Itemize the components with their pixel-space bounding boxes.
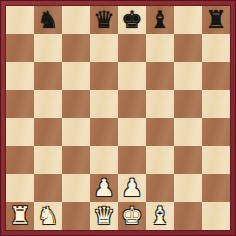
- square-d8[interactable]: ♛: [90, 6, 118, 34]
- piece-white-bishop[interactable]: ♝: [146, 202, 174, 230]
- square-a6[interactable]: [6, 62, 34, 90]
- piece-white-knight[interactable]: ♞: [34, 202, 62, 230]
- square-g5[interactable]: [174, 90, 202, 118]
- square-f4[interactable]: [146, 118, 174, 146]
- square-a8[interactable]: [6, 6, 34, 34]
- square-d5[interactable]: [90, 90, 118, 118]
- square-a1[interactable]: ♜: [6, 202, 34, 230]
- chess-board: ♞♛♚♝♜♟♟♜♞♛♚♝: [6, 6, 230, 230]
- square-c8[interactable]: [62, 6, 90, 34]
- square-c1[interactable]: [62, 202, 90, 230]
- square-g2[interactable]: [174, 174, 202, 202]
- square-b8[interactable]: ♞: [34, 6, 62, 34]
- square-h5[interactable]: [202, 90, 230, 118]
- square-d4[interactable]: [90, 118, 118, 146]
- square-b5[interactable]: [34, 90, 62, 118]
- piece-black-rook[interactable]: ♜: [202, 6, 230, 34]
- square-d2[interactable]: ♟: [90, 174, 118, 202]
- piece-black-knight[interactable]: ♞: [34, 6, 62, 34]
- square-f5[interactable]: [146, 90, 174, 118]
- square-h1[interactable]: [202, 202, 230, 230]
- square-h2[interactable]: [202, 174, 230, 202]
- square-a7[interactable]: [6, 34, 34, 62]
- square-h8[interactable]: ♜: [202, 6, 230, 34]
- piece-white-pawn[interactable]: ♟: [118, 174, 146, 202]
- square-d6[interactable]: [90, 62, 118, 90]
- square-a3[interactable]: [6, 146, 34, 174]
- square-e2[interactable]: ♟: [118, 174, 146, 202]
- square-c7[interactable]: [62, 34, 90, 62]
- piece-white-queen[interactable]: ♛: [90, 202, 118, 230]
- square-g3[interactable]: [174, 146, 202, 174]
- square-g6[interactable]: [174, 62, 202, 90]
- square-g1[interactable]: [174, 202, 202, 230]
- square-e3[interactable]: [118, 146, 146, 174]
- piece-white-pawn[interactable]: ♟: [90, 174, 118, 202]
- square-g4[interactable]: [174, 118, 202, 146]
- square-f8[interactable]: ♝: [146, 6, 174, 34]
- square-e5[interactable]: [118, 90, 146, 118]
- piece-black-bishop[interactable]: ♝: [146, 6, 174, 34]
- square-h6[interactable]: [202, 62, 230, 90]
- square-d1[interactable]: ♛: [90, 202, 118, 230]
- square-e6[interactable]: [118, 62, 146, 90]
- square-g8[interactable]: [174, 6, 202, 34]
- square-c2[interactable]: [62, 174, 90, 202]
- piece-black-king[interactable]: ♚: [118, 6, 146, 34]
- square-a2[interactable]: [6, 174, 34, 202]
- piece-white-rook[interactable]: ♜: [6, 202, 34, 230]
- square-f2[interactable]: [146, 174, 174, 202]
- square-c3[interactable]: [62, 146, 90, 174]
- square-f3[interactable]: [146, 146, 174, 174]
- square-a4[interactable]: [6, 118, 34, 146]
- square-f1[interactable]: ♝: [146, 202, 174, 230]
- square-b3[interactable]: [34, 146, 62, 174]
- square-g7[interactable]: [174, 34, 202, 62]
- square-c5[interactable]: [62, 90, 90, 118]
- square-d3[interactable]: [90, 146, 118, 174]
- square-c4[interactable]: [62, 118, 90, 146]
- square-h7[interactable]: [202, 34, 230, 62]
- square-b4[interactable]: [34, 118, 62, 146]
- square-a5[interactable]: [6, 90, 34, 118]
- square-b6[interactable]: [34, 62, 62, 90]
- piece-white-king[interactable]: ♚: [118, 202, 146, 230]
- square-f6[interactable]: [146, 62, 174, 90]
- piece-black-queen[interactable]: ♛: [90, 6, 118, 34]
- square-b7[interactable]: [34, 34, 62, 62]
- square-e8[interactable]: ♚: [118, 6, 146, 34]
- square-c6[interactable]: [62, 62, 90, 90]
- square-b1[interactable]: ♞: [34, 202, 62, 230]
- square-f7[interactable]: [146, 34, 174, 62]
- square-e1[interactable]: ♚: [118, 202, 146, 230]
- square-h4[interactable]: [202, 118, 230, 146]
- square-d7[interactable]: [90, 34, 118, 62]
- square-h3[interactable]: [202, 146, 230, 174]
- square-e4[interactable]: [118, 118, 146, 146]
- board-frame: ♞♛♚♝♜♟♟♜♞♛♚♝: [0, 0, 236, 236]
- square-e7[interactable]: [118, 34, 146, 62]
- square-b2[interactable]: [34, 174, 62, 202]
